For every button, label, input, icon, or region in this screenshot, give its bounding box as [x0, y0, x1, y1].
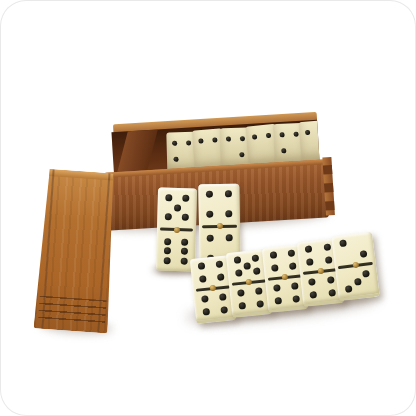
lid-bottom-grooves [39, 296, 107, 325]
pip [319, 128, 320, 133]
pip [226, 235, 233, 242]
pip [233, 256, 241, 264]
pip [183, 195, 190, 202]
domino-tile-2-3[interactable] [331, 232, 380, 302]
spinner-pin [317, 268, 324, 275]
pip [345, 286, 353, 294]
domino-half-top [157, 188, 197, 229]
box-lid [34, 169, 119, 334]
pip [235, 270, 243, 278]
pip [199, 276, 207, 284]
domino-half-top [331, 232, 375, 266]
pip [197, 262, 205, 270]
pip [353, 277, 361, 285]
pip [226, 136, 231, 141]
pip [181, 248, 188, 255]
pip [305, 245, 313, 253]
pip [269, 251, 277, 259]
pip [360, 250, 368, 258]
pip [237, 289, 245, 297]
pip [281, 148, 286, 153]
pip [186, 140, 191, 145]
pip [323, 243, 331, 251]
pip [173, 204, 180, 211]
pip [325, 257, 333, 265]
finger-joint [323, 165, 333, 175]
pip [339, 239, 347, 247]
pip [266, 132, 271, 137]
pip [201, 295, 209, 303]
spinner-pin [173, 226, 179, 232]
pip [328, 290, 336, 298]
pip [362, 269, 370, 277]
pip [206, 191, 213, 198]
pip [240, 136, 245, 141]
pip [182, 238, 189, 245]
pip [182, 214, 189, 221]
pip [289, 263, 297, 271]
pip [217, 274, 225, 282]
pip [163, 257, 170, 264]
pip [257, 301, 265, 309]
pip [219, 293, 227, 301]
pip [202, 308, 210, 316]
pip [238, 302, 246, 310]
pip [225, 191, 232, 198]
pip [206, 210, 213, 217]
pip [288, 249, 296, 257]
pip [252, 254, 260, 262]
pip [291, 282, 299, 290]
spinner-pin [352, 262, 359, 269]
domino-half-bottom [335, 264, 379, 298]
pip [306, 259, 314, 267]
pip [163, 247, 170, 254]
pip [280, 132, 285, 137]
pip [253, 268, 261, 276]
pip [239, 152, 244, 157]
spinner-pin [216, 223, 222, 229]
pip [293, 296, 301, 304]
product-photo [0, 0, 416, 416]
pip [181, 257, 188, 264]
pip [165, 194, 172, 201]
pip [243, 262, 251, 270]
pip [164, 238, 171, 245]
pip [225, 210, 232, 217]
pip [212, 137, 217, 142]
pip [173, 157, 178, 162]
finger-joint [325, 201, 335, 211]
pip [271, 265, 279, 273]
domino-half-top [198, 184, 240, 225]
finger-joint [324, 183, 334, 193]
pip [310, 291, 318, 299]
pip [255, 287, 263, 295]
pip [207, 235, 214, 242]
pip [274, 297, 282, 305]
pip [252, 134, 257, 139]
pip [216, 260, 224, 268]
pip [221, 307, 229, 315]
pip [198, 138, 203, 143]
pip [308, 278, 316, 286]
pip [293, 131, 298, 136]
pip [327, 276, 335, 284]
pip [164, 213, 171, 220]
pip [305, 129, 310, 134]
pip [172, 140, 177, 145]
pip [273, 284, 281, 292]
